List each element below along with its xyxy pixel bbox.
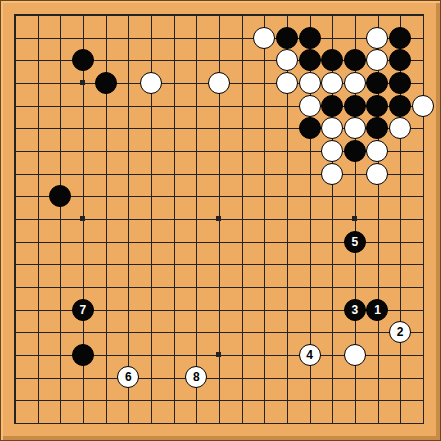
stone-black (344, 140, 366, 162)
stone-white (321, 117, 343, 139)
stone-black (366, 95, 388, 117)
stone-white (344, 117, 366, 139)
stone-white-move-2: 2 (389, 321, 411, 343)
stone-white (253, 27, 275, 49)
stones-layer: 57312468 (4, 4, 434, 434)
stone-white-move-6: 6 (117, 366, 139, 388)
stone-black (299, 27, 321, 49)
stone-white-move-4: 4 (299, 344, 321, 366)
stone-white (344, 72, 366, 94)
stone-black-move-7: 7 (72, 299, 94, 321)
stone-black (299, 117, 321, 139)
go-board: 57312468 (0, 0, 441, 441)
stone-white (140, 72, 162, 94)
stone-black (299, 49, 321, 71)
stone-black (344, 49, 366, 71)
stone-black (366, 72, 388, 94)
stone-white (366, 27, 388, 49)
stone-black-move-5: 5 (344, 231, 366, 253)
stone-white (344, 344, 366, 366)
stone-white (366, 140, 388, 162)
stone-black (389, 95, 411, 117)
stone-white (321, 163, 343, 185)
stone-black (72, 344, 94, 366)
stone-black (72, 49, 94, 71)
stone-white (276, 49, 298, 71)
stone-black (49, 185, 71, 207)
stone-white (321, 140, 343, 162)
stone-white (412, 95, 434, 117)
stone-black-move-3: 3 (344, 299, 366, 321)
stone-black (321, 95, 343, 117)
stone-black (389, 49, 411, 71)
stone-black (95, 72, 117, 94)
stone-white (208, 72, 230, 94)
stone-black (276, 27, 298, 49)
stone-white (389, 117, 411, 139)
stone-black (321, 49, 343, 71)
stone-black (389, 72, 411, 94)
stone-white (299, 95, 321, 117)
stone-black-move-1: 1 (366, 299, 388, 321)
stone-white-move-8: 8 (185, 366, 207, 388)
stone-white (366, 49, 388, 71)
stone-black (389, 27, 411, 49)
stone-white (299, 72, 321, 94)
stone-white (321, 72, 343, 94)
stone-white (366, 163, 388, 185)
stone-black (344, 95, 366, 117)
stone-white (276, 72, 298, 94)
stone-black (366, 117, 388, 139)
